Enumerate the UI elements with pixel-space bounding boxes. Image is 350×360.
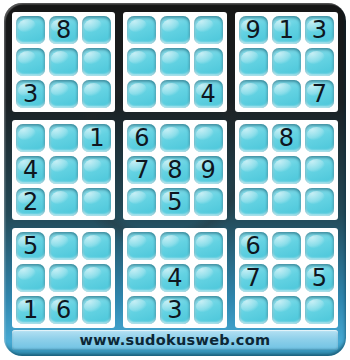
given-digit: 6 bbox=[56, 298, 71, 322]
cell-r6c9[interactable] bbox=[305, 188, 334, 216]
cell-r2c8[interactable] bbox=[272, 48, 301, 76]
given-digit: 1 bbox=[279, 18, 294, 42]
given-digit: 3 bbox=[23, 82, 38, 106]
cell-r6c2[interactable] bbox=[49, 188, 78, 216]
cell-r3c3[interactable] bbox=[82, 80, 111, 108]
cell-r6c7[interactable] bbox=[239, 188, 268, 216]
cell-r5c6[interactable]: 9 bbox=[194, 156, 223, 184]
cell-r5c5[interactable]: 8 bbox=[160, 156, 189, 184]
cell-r4c4[interactable]: 6 bbox=[127, 124, 156, 152]
cell-r8c2[interactable] bbox=[49, 264, 78, 292]
cell-r4c1[interactable] bbox=[16, 124, 45, 152]
given-digit: 8 bbox=[279, 126, 294, 150]
cell-r1c6[interactable] bbox=[194, 16, 223, 44]
cell-r2c1[interactable] bbox=[16, 48, 45, 76]
cell-r9c9[interactable] bbox=[305, 296, 334, 324]
cell-r1c3[interactable] bbox=[82, 16, 111, 44]
cell-r6c3[interactable] bbox=[82, 188, 111, 216]
cell-r5c9[interactable] bbox=[305, 156, 334, 184]
cell-r6c8[interactable] bbox=[272, 188, 301, 216]
box-4: 142 bbox=[12, 120, 115, 220]
cell-r4c6[interactable] bbox=[194, 124, 223, 152]
cell-r9c2[interactable]: 6 bbox=[49, 296, 78, 324]
cell-r5c7[interactable] bbox=[239, 156, 268, 184]
given-digit: 8 bbox=[56, 18, 71, 42]
cell-r6c5[interactable]: 5 bbox=[160, 188, 189, 216]
box-5: 67895 bbox=[123, 120, 226, 220]
box-1: 83 bbox=[12, 12, 115, 112]
cell-r1c2[interactable]: 8 bbox=[49, 16, 78, 44]
cell-r4c5[interactable] bbox=[160, 124, 189, 152]
cell-r1c9[interactable]: 3 bbox=[305, 16, 334, 44]
cell-r3c6[interactable]: 4 bbox=[194, 80, 223, 108]
box-9: 675 bbox=[235, 228, 338, 328]
box-2: 4 bbox=[123, 12, 226, 112]
cell-r7c1[interactable]: 5 bbox=[16, 232, 45, 260]
given-digit: 5 bbox=[23, 234, 38, 258]
cell-r3c9[interactable]: 7 bbox=[305, 80, 334, 108]
cell-r8c5[interactable]: 4 bbox=[160, 264, 189, 292]
cell-r2c3[interactable] bbox=[82, 48, 111, 76]
cell-r4c9[interactable] bbox=[305, 124, 334, 152]
given-digit: 4 bbox=[167, 266, 182, 290]
cell-r2c9[interactable] bbox=[305, 48, 334, 76]
given-digit: 1 bbox=[23, 298, 38, 322]
cell-r9c8[interactable] bbox=[272, 296, 301, 324]
cell-r7c4[interactable] bbox=[127, 232, 156, 260]
given-digit: 6 bbox=[246, 234, 261, 258]
given-digit: 2 bbox=[23, 190, 38, 214]
cell-r8c8[interactable] bbox=[272, 264, 301, 292]
cell-r6c1[interactable]: 2 bbox=[16, 188, 45, 216]
cell-r6c6[interactable] bbox=[194, 188, 223, 216]
cell-r9c4[interactable] bbox=[127, 296, 156, 324]
cell-r7c3[interactable] bbox=[82, 232, 111, 260]
cell-r5c8[interactable] bbox=[272, 156, 301, 184]
given-digit: 7 bbox=[246, 266, 261, 290]
cell-r3c7[interactable] bbox=[239, 80, 268, 108]
cell-r7c6[interactable] bbox=[194, 232, 223, 260]
cell-r7c2[interactable] bbox=[49, 232, 78, 260]
cell-r4c7[interactable] bbox=[239, 124, 268, 152]
given-digit: 3 bbox=[167, 298, 182, 322]
cell-r2c4[interactable] bbox=[127, 48, 156, 76]
cell-r3c2[interactable] bbox=[49, 80, 78, 108]
given-digit: 1 bbox=[89, 126, 104, 150]
cell-r2c2[interactable] bbox=[49, 48, 78, 76]
cell-r7c9[interactable] bbox=[305, 232, 334, 260]
given-digit: 3 bbox=[312, 18, 327, 42]
given-digit: 8 bbox=[167, 158, 182, 182]
given-digit: 9 bbox=[200, 158, 215, 182]
cell-r1c7[interactable]: 9 bbox=[239, 16, 268, 44]
cell-r3c1[interactable]: 3 bbox=[16, 80, 45, 108]
cell-r1c1[interactable] bbox=[16, 16, 45, 44]
cell-r8c6[interactable] bbox=[194, 264, 223, 292]
cell-r3c5[interactable] bbox=[160, 80, 189, 108]
site-footer: www.sudokusweb.com bbox=[12, 330, 338, 350]
board-frame: 834913714267895851643675 www.sudokusweb.… bbox=[4, 3, 346, 356]
cell-r8c4[interactable] bbox=[127, 264, 156, 292]
cell-r9c1[interactable]: 1 bbox=[16, 296, 45, 324]
cell-r4c8[interactable]: 8 bbox=[272, 124, 301, 152]
cell-r7c8[interactable] bbox=[272, 232, 301, 260]
cell-r7c5[interactable] bbox=[160, 232, 189, 260]
cell-r7c7[interactable]: 6 bbox=[239, 232, 268, 260]
given-digit: 4 bbox=[23, 158, 38, 182]
given-digit: 6 bbox=[134, 126, 149, 150]
cell-r9c6[interactable] bbox=[194, 296, 223, 324]
given-digit: 7 bbox=[312, 82, 327, 106]
cell-r2c5[interactable] bbox=[160, 48, 189, 76]
cell-r1c8[interactable]: 1 bbox=[272, 16, 301, 44]
cell-r6c4[interactable] bbox=[127, 188, 156, 216]
given-digit: 5 bbox=[312, 266, 327, 290]
given-digit: 9 bbox=[246, 18, 261, 42]
cell-r4c2[interactable] bbox=[49, 124, 78, 152]
given-digit: 5 bbox=[167, 190, 182, 214]
cell-r5c1[interactable]: 4 bbox=[16, 156, 45, 184]
given-digit: 4 bbox=[200, 82, 215, 106]
box-8: 43 bbox=[123, 228, 226, 328]
cell-r2c7[interactable] bbox=[239, 48, 268, 76]
cell-r1c4[interactable] bbox=[127, 16, 156, 44]
given-digit: 7 bbox=[134, 158, 149, 182]
cell-r8c7[interactable]: 7 bbox=[239, 264, 268, 292]
site-url: www.sudokusweb.com bbox=[80, 332, 271, 348]
cell-r3c4[interactable] bbox=[127, 80, 156, 108]
cell-r5c4[interactable]: 7 bbox=[127, 156, 156, 184]
box-3: 9137 bbox=[235, 12, 338, 112]
cell-r3c8[interactable] bbox=[272, 80, 301, 108]
cell-r9c3[interactable] bbox=[82, 296, 111, 324]
cell-r8c3[interactable] bbox=[82, 264, 111, 292]
box-6: 8 bbox=[235, 120, 338, 220]
cell-r5c2[interactable] bbox=[49, 156, 78, 184]
cell-r8c1[interactable] bbox=[16, 264, 45, 292]
cell-r4c3[interactable]: 1 bbox=[82, 124, 111, 152]
cell-r2c6[interactable] bbox=[194, 48, 223, 76]
cell-r5c3[interactable] bbox=[82, 156, 111, 184]
sudoku-grid: 834913714267895851643675 bbox=[12, 12, 338, 328]
cell-r8c9[interactable]: 5 bbox=[305, 264, 334, 292]
cell-r9c5[interactable]: 3 bbox=[160, 296, 189, 324]
cell-r1c5[interactable] bbox=[160, 16, 189, 44]
cell-r9c7[interactable] bbox=[239, 296, 268, 324]
box-7: 516 bbox=[12, 228, 115, 328]
